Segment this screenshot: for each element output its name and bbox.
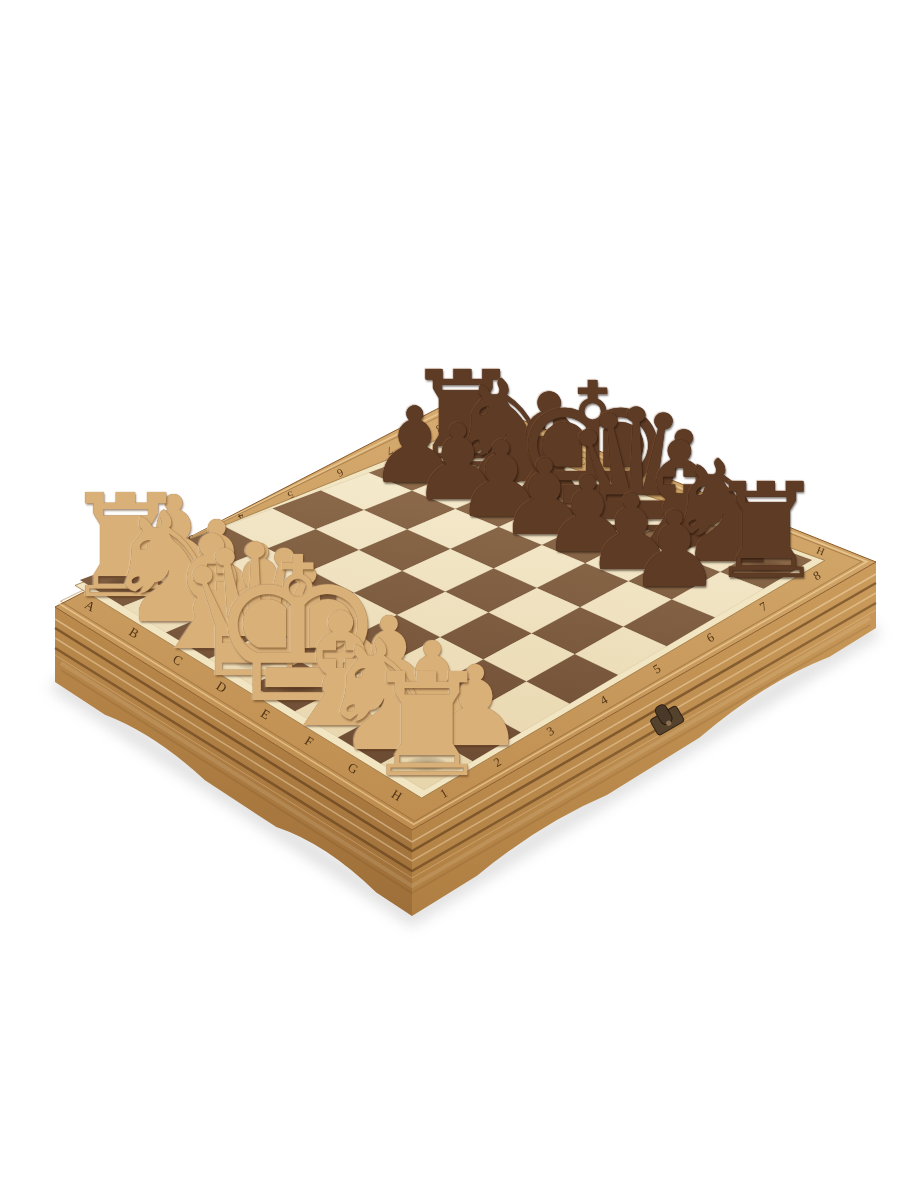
chess-box-scene: ABCDEFGHABCDEFGH8765432187654321: [0, 0, 900, 1200]
product-photo: ABCDEFGHABCDEFGH8765432187654321 ♜♞♝♚♛♝♞…: [0, 0, 900, 1200]
